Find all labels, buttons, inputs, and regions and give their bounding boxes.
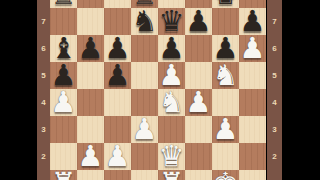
square-b6[interactable]: ♟ — [77, 35, 104, 62]
white-pawn-h6[interactable]: ♟ — [240, 35, 266, 62]
square-g8[interactable]: ♚ — [212, 0, 239, 8]
black-pawn-f7[interactable]: ♟ — [186, 8, 212, 35]
square-b8[interactable] — [77, 0, 104, 8]
square-a1[interactable]: ♜ — [50, 170, 77, 180]
black-pawn-c5[interactable]: ♟ — [105, 62, 131, 89]
square-h1[interactable] — [239, 170, 266, 180]
square-d1[interactable] — [131, 170, 158, 180]
rank-labels-left: 765432 — [37, 0, 50, 180]
square-h3[interactable] — [239, 116, 266, 143]
white-pawn-c2[interactable]: ♟ — [105, 143, 131, 170]
square-b4[interactable] — [77, 89, 104, 116]
rank-label-5-left: 5 — [37, 70, 50, 81]
square-h6[interactable]: ♟ — [239, 35, 266, 62]
square-b2[interactable]: ♟ — [77, 143, 104, 170]
rank-label-5-right: 5 — [267, 70, 282, 81]
rank-label-4-left: 4 — [37, 97, 50, 108]
black-rook-a8[interactable]: ♜ — [51, 0, 77, 8]
square-a8[interactable]: ♜ — [50, 0, 77, 8]
white-pawn-f4[interactable]: ♟ — [186, 89, 212, 116]
rank-label-4-right: 4 — [267, 97, 282, 108]
square-f4[interactable]: ♟ — [185, 89, 212, 116]
square-e1[interactable]: ♜ — [158, 170, 185, 180]
white-pawn-a4[interactable]: ♟ — [51, 89, 77, 116]
square-d6[interactable] — [131, 35, 158, 62]
square-a4[interactable]: ♟ — [50, 89, 77, 116]
square-d2[interactable] — [131, 143, 158, 170]
square-f1[interactable] — [185, 170, 212, 180]
white-king-g1[interactable]: ♚ — [213, 170, 239, 180]
square-c5[interactable]: ♟ — [104, 62, 131, 89]
square-g1[interactable]: ♚ — [212, 170, 239, 180]
black-king-g8[interactable]: ♚ — [213, 0, 239, 8]
rank-label-6-right: 6 — [267, 43, 282, 54]
chess-video-frame: 765432 ♜♜♚♞♛♟♟♝♟♟♟♟♟♟♟♟♞♟♞♟♟♟♟♟♛♜♜♚ 7654… — [0, 0, 320, 180]
square-h4[interactable] — [239, 89, 266, 116]
square-f6[interactable] — [185, 35, 212, 62]
square-c8[interactable] — [104, 0, 131, 8]
rank-label-3-left: 3 — [37, 124, 50, 135]
square-a3[interactable] — [50, 116, 77, 143]
square-g5[interactable]: ♞ — [212, 62, 239, 89]
square-c4[interactable] — [104, 89, 131, 116]
rank-label-3-right: 3 — [267, 124, 282, 135]
rank-label-2-left: 2 — [37, 151, 50, 162]
square-e4[interactable]: ♞ — [158, 89, 185, 116]
square-d5[interactable] — [131, 62, 158, 89]
black-pawn-b6[interactable]: ♟ — [78, 35, 104, 62]
square-d7[interactable]: ♞ — [131, 8, 158, 35]
white-knight-g5[interactable]: ♞ — [213, 62, 239, 89]
white-knight-e4[interactable]: ♞ — [159, 89, 185, 116]
white-pawn-g3[interactable]: ♟ — [213, 116, 239, 143]
rank-label-7-right: 7 — [267, 16, 282, 27]
square-c1[interactable] — [104, 170, 131, 180]
chess-board: ♜♜♚♞♛♟♟♝♟♟♟♟♟♟♟♟♞♟♞♟♟♟♟♟♛♜♜♚ — [50, 0, 266, 180]
square-f3[interactable] — [185, 116, 212, 143]
white-rook-e1[interactable]: ♜ — [159, 170, 185, 180]
black-knight-d7[interactable]: ♞ — [132, 8, 158, 35]
rank-label-6-left: 6 — [37, 43, 50, 54]
square-b1[interactable] — [77, 170, 104, 180]
square-d3[interactable]: ♟ — [131, 116, 158, 143]
white-pawn-b2[interactable]: ♟ — [78, 143, 104, 170]
square-b5[interactable] — [77, 62, 104, 89]
square-f7[interactable]: ♟ — [185, 8, 212, 35]
square-h2[interactable] — [239, 143, 266, 170]
white-rook-a1[interactable]: ♜ — [51, 170, 77, 180]
square-g3[interactable]: ♟ — [212, 116, 239, 143]
square-f2[interactable] — [185, 143, 212, 170]
white-pawn-d3[interactable]: ♟ — [132, 116, 158, 143]
rank-label-7-left: 7 — [37, 16, 50, 27]
square-h5[interactable] — [239, 62, 266, 89]
rank-label-2-right: 2 — [267, 151, 282, 162]
rank-labels-right: 765432 — [267, 0, 282, 180]
square-c2[interactable]: ♟ — [104, 143, 131, 170]
